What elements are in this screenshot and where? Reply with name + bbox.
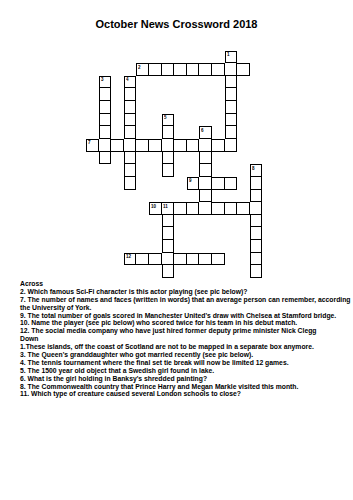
- grid-cell[interactable]: 11: [162, 202, 175, 215]
- grid-cell[interactable]: 5: [162, 114, 175, 127]
- clue-line: 4. The tennis tournament where the final…: [20, 359, 350, 367]
- clue-line: the University of York.: [20, 304, 350, 312]
- grid-cell[interactable]: [136, 139, 149, 152]
- grid-cell[interactable]: [111, 139, 124, 152]
- grid-cell[interactable]: [225, 88, 238, 101]
- grid-cell[interactable]: 9: [187, 177, 200, 190]
- grid-cell[interactable]: [162, 152, 175, 165]
- clue-line: 11. Which type of creature caused severa…: [20, 390, 350, 398]
- grid-cell[interactable]: [174, 139, 187, 152]
- grid-cell[interactable]: [237, 63, 250, 76]
- grid-cell[interactable]: [250, 215, 263, 228]
- grid-cell[interactable]: [99, 152, 112, 165]
- grid-cell[interactable]: [225, 202, 238, 215]
- grid-cell[interactable]: [250, 202, 263, 215]
- cell-number: 1: [227, 52, 230, 57]
- grid-cell[interactable]: [162, 215, 175, 228]
- grid-cell[interactable]: [225, 126, 238, 139]
- cell-number: 9: [189, 178, 192, 183]
- grid-cell[interactable]: [199, 253, 212, 266]
- grid-cell[interactable]: [124, 101, 137, 114]
- grid-cell[interactable]: [187, 139, 200, 152]
- grid-cell[interactable]: [212, 202, 225, 215]
- grid-cell[interactable]: [162, 240, 175, 253]
- cell-number: 3: [101, 77, 104, 82]
- grid-cell[interactable]: [174, 202, 187, 215]
- grid-cell[interactable]: [225, 101, 238, 114]
- grid-cell[interactable]: [149, 253, 162, 266]
- grid-cell[interactable]: [225, 76, 238, 89]
- clue-line: 9. The total number of goals scored in M…: [20, 312, 350, 320]
- crossword-grid: 123456789101112: [86, 51, 262, 279]
- grid-cell[interactable]: [124, 152, 137, 165]
- grid-cell[interactable]: 3: [99, 76, 112, 89]
- grid-cell[interactable]: 4: [124, 76, 137, 89]
- grid-cell[interactable]: [225, 63, 238, 76]
- grid-cell[interactable]: 7: [86, 139, 99, 152]
- grid-cell[interactable]: [212, 63, 225, 76]
- grid-cell[interactable]: [199, 139, 212, 152]
- grid-cell[interactable]: 10: [149, 202, 162, 215]
- clue-line: 7. The number of names and faces (writte…: [20, 296, 350, 304]
- grid-cell[interactable]: [199, 63, 212, 76]
- grid-cell[interactable]: [136, 253, 149, 266]
- grid-cell[interactable]: [187, 63, 200, 76]
- grid-cell[interactable]: [250, 240, 263, 253]
- grid-cell[interactable]: [199, 202, 212, 215]
- grid-cell[interactable]: [124, 164, 137, 177]
- cell-number: 7: [88, 140, 91, 145]
- across-clues: 2. Which famous Sci-Fi character is this…: [20, 288, 350, 335]
- grid-cell[interactable]: 12: [124, 253, 137, 266]
- clue-line: 5. The 1500 year old object that a Swedi…: [20, 367, 350, 375]
- grid-cell[interactable]: [124, 177, 137, 190]
- grid-cell[interactable]: [162, 164, 175, 177]
- grid-cell[interactable]: [199, 190, 212, 203]
- cell-number: 11: [163, 204, 168, 209]
- grid-cell[interactable]: 2: [136, 63, 149, 76]
- grid-cell[interactable]: [199, 177, 212, 190]
- cell-number: 10: [151, 204, 156, 209]
- grid-cell[interactable]: [99, 126, 112, 139]
- grid-cell[interactable]: [124, 126, 137, 139]
- grid-cell[interactable]: [174, 63, 187, 76]
- grid-cell[interactable]: [162, 63, 175, 76]
- grid-cell[interactable]: [212, 177, 225, 190]
- clue-line: 10. Name the player (see pic below) who …: [20, 319, 350, 327]
- grid-cell[interactable]: 6: [199, 126, 212, 139]
- grid-cell[interactable]: [199, 164, 212, 177]
- grid-cell[interactable]: [174, 253, 187, 266]
- grid-cell[interactable]: [237, 202, 250, 215]
- down-clues: 1.These islands, off the coast of Scotla…: [20, 343, 350, 398]
- grid-cell[interactable]: [250, 190, 263, 203]
- grid-cell[interactable]: [162, 139, 175, 152]
- clues-section: Across 2. Which famous Sci-Fi character …: [20, 280, 350, 398]
- grid-cell[interactable]: [225, 177, 238, 190]
- grid-cell[interactable]: [250, 265, 263, 278]
- grid-cell[interactable]: [250, 227, 263, 240]
- clue-line: 6. What is the girl holding in Banksy's …: [20, 375, 350, 383]
- cell-number: 12: [126, 254, 131, 259]
- grid-cell[interactable]: [99, 139, 112, 152]
- grid-cell[interactable]: [199, 152, 212, 165]
- cell-number: 5: [164, 115, 167, 120]
- clue-line: 12. The social media company who have ju…: [20, 327, 350, 335]
- clue-line: 8. The Commonwealth country that Prince …: [20, 383, 350, 391]
- cell-number: 8: [252, 166, 255, 171]
- page: October News Crossword 2018 123456789101…: [0, 0, 353, 500]
- grid-cell[interactable]: [250, 253, 263, 266]
- grid-cell[interactable]: 8: [250, 164, 263, 177]
- grid-cell[interactable]: 1: [225, 51, 238, 64]
- grid-cell[interactable]: [212, 253, 225, 266]
- grid-cell[interactable]: [187, 202, 200, 215]
- grid-cell[interactable]: [149, 63, 162, 76]
- across-heading: Across: [20, 280, 350, 288]
- grid-cell[interactable]: [162, 227, 175, 240]
- grid-cell[interactable]: [162, 265, 175, 278]
- grid-cell[interactable]: [162, 253, 175, 266]
- grid-cell[interactable]: [124, 139, 137, 152]
- grid-cell[interactable]: [225, 114, 238, 127]
- down-heading: Down: [20, 335, 350, 343]
- clue-line: 3. The Queen's granddaughter who got mar…: [20, 351, 350, 359]
- clue-line: 2. Which famous Sci-Fi character is this…: [20, 288, 350, 296]
- grid-cell[interactable]: [225, 139, 238, 152]
- grid-cell[interactable]: [99, 101, 112, 114]
- grid-cell[interactable]: [99, 88, 112, 101]
- clue-line: 1.These islands, off the coast of Scotla…: [20, 343, 350, 351]
- grid-cell[interactable]: [149, 139, 162, 152]
- grid-cell[interactable]: [212, 139, 225, 152]
- grid-cell[interactable]: [124, 114, 137, 127]
- cell-number: 6: [201, 128, 204, 133]
- grid-cell[interactable]: [187, 253, 200, 266]
- grid-cell[interactable]: [99, 114, 112, 127]
- grid-cell[interactable]: [162, 126, 175, 139]
- grid-cell[interactable]: [250, 177, 263, 190]
- puzzle-title: October News Crossword 2018: [0, 18, 353, 30]
- cell-number: 2: [138, 65, 141, 70]
- cell-number: 4: [126, 77, 129, 82]
- grid-cell[interactable]: [124, 88, 137, 101]
